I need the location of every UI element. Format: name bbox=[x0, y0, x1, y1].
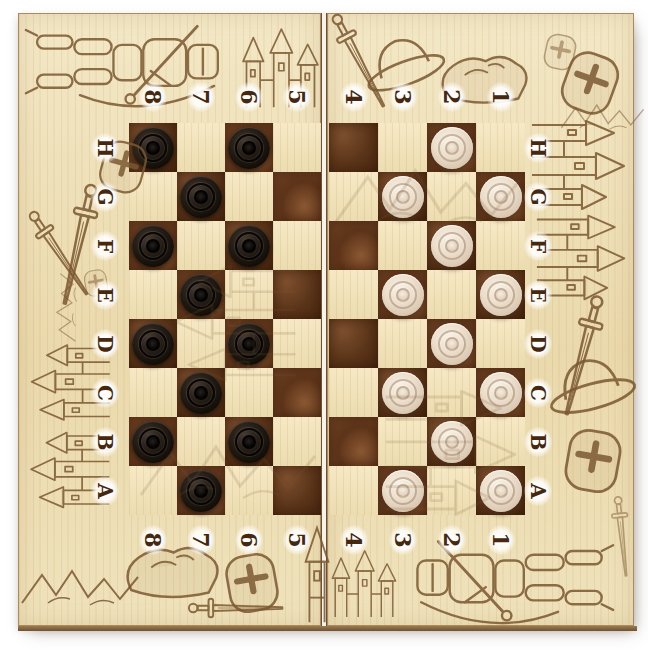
square-g2[interactable] bbox=[427, 172, 476, 221]
row-label-left-b: B bbox=[91, 427, 119, 457]
white-checker-d2[interactable] bbox=[431, 323, 473, 365]
square-a2[interactable] bbox=[427, 466, 476, 515]
square-a7[interactable] bbox=[177, 466, 225, 515]
black-checker-a7[interactable] bbox=[180, 470, 222, 512]
square-b1[interactable] bbox=[476, 417, 525, 466]
square-c1[interactable] bbox=[476, 368, 525, 417]
square-f5[interactable] bbox=[273, 221, 321, 270]
square-d7[interactable] bbox=[177, 319, 225, 368]
square-f8[interactable] bbox=[129, 221, 177, 270]
square-c8[interactable] bbox=[129, 368, 177, 417]
white-checker-f2[interactable] bbox=[431, 225, 473, 267]
square-b3[interactable] bbox=[378, 417, 427, 466]
black-checker-f6[interactable] bbox=[228, 225, 270, 267]
white-checker-h2[interactable] bbox=[431, 127, 473, 169]
row-label-right-a: A bbox=[524, 476, 552, 506]
square-d8[interactable] bbox=[129, 319, 177, 368]
square-c2[interactable] bbox=[427, 368, 476, 417]
square-b6[interactable] bbox=[225, 417, 273, 466]
black-checker-g7[interactable] bbox=[180, 176, 222, 218]
row-label-right-b: B bbox=[524, 427, 552, 457]
row-label-left-d: D bbox=[91, 329, 119, 359]
row-label-left-e: E bbox=[91, 280, 119, 310]
board-right-grid bbox=[329, 123, 525, 515]
square-g8[interactable] bbox=[129, 172, 177, 221]
row-label-left-g: G bbox=[91, 182, 119, 212]
square-d3[interactable] bbox=[378, 319, 427, 368]
square-h6[interactable] bbox=[225, 123, 273, 172]
row-label-left-c: C bbox=[91, 378, 119, 408]
square-e5[interactable] bbox=[273, 270, 321, 319]
white-checker-a3[interactable] bbox=[382, 470, 424, 512]
square-h8[interactable] bbox=[129, 123, 177, 172]
square-g4[interactable] bbox=[329, 172, 378, 221]
square-f3[interactable] bbox=[378, 221, 427, 270]
black-checker-b8[interactable] bbox=[132, 421, 174, 463]
square-e2[interactable] bbox=[427, 270, 476, 319]
white-checker-e1[interactable] bbox=[480, 274, 522, 316]
col-label-top-6: 6 bbox=[235, 82, 263, 112]
black-checker-d8[interactable] bbox=[132, 323, 174, 365]
black-checker-c7[interactable] bbox=[180, 372, 222, 414]
square-a6[interactable] bbox=[225, 466, 273, 515]
square-f7[interactable] bbox=[177, 221, 225, 270]
square-f1[interactable] bbox=[476, 221, 525, 270]
square-d1[interactable] bbox=[476, 319, 525, 368]
row-label-left-h: H bbox=[91, 133, 119, 163]
row-label-right-g: G bbox=[524, 182, 552, 212]
row-label-right-e: E bbox=[524, 280, 552, 310]
white-checker-g3[interactable] bbox=[382, 176, 424, 218]
square-e1[interactable] bbox=[476, 270, 525, 319]
white-checker-e3[interactable] bbox=[382, 274, 424, 316]
row-label-right-d: D bbox=[524, 329, 552, 359]
square-e6[interactable] bbox=[225, 270, 273, 319]
square-b8[interactable] bbox=[129, 417, 177, 466]
square-e7[interactable] bbox=[177, 270, 225, 319]
square-e4[interactable] bbox=[329, 270, 378, 319]
col-label-bottom-7: 7 bbox=[187, 525, 215, 555]
square-h7[interactable] bbox=[177, 123, 225, 172]
board-left-grid bbox=[129, 123, 321, 515]
square-c6[interactable] bbox=[225, 368, 273, 417]
col-label-top-5: 5 bbox=[283, 82, 311, 112]
square-h2[interactable] bbox=[427, 123, 476, 172]
black-checker-h6[interactable] bbox=[228, 127, 270, 169]
white-checker-c3[interactable] bbox=[382, 372, 424, 414]
black-checker-h8[interactable] bbox=[132, 127, 174, 169]
square-f2[interactable] bbox=[427, 221, 476, 270]
col-label-top-4: 4 bbox=[340, 82, 368, 112]
row-label-left-a: A bbox=[91, 476, 119, 506]
col-label-bottom-5: 5 bbox=[283, 525, 311, 555]
square-h4[interactable] bbox=[329, 123, 378, 172]
square-g7[interactable] bbox=[177, 172, 225, 221]
square-h1[interactable] bbox=[476, 123, 525, 172]
square-g6[interactable] bbox=[225, 172, 273, 221]
square-b4[interactable] bbox=[329, 417, 378, 466]
square-d2[interactable] bbox=[427, 319, 476, 368]
col-label-bottom-1: 1 bbox=[487, 525, 515, 555]
square-a3[interactable] bbox=[378, 466, 427, 515]
square-e8[interactable] bbox=[129, 270, 177, 319]
square-d6[interactable] bbox=[225, 319, 273, 368]
row-label-right-f: F bbox=[524, 231, 552, 261]
row-label-right-h: H bbox=[524, 133, 552, 163]
square-g5[interactable] bbox=[273, 172, 321, 221]
square-b7[interactable] bbox=[177, 417, 225, 466]
square-f6[interactable] bbox=[225, 221, 273, 270]
square-d4[interactable] bbox=[329, 319, 378, 368]
square-e3[interactable] bbox=[378, 270, 427, 319]
col-label-bottom-6: 6 bbox=[235, 525, 263, 555]
square-a1[interactable] bbox=[476, 466, 525, 515]
black-checker-f8[interactable] bbox=[132, 225, 174, 267]
col-label-top-2: 2 bbox=[438, 82, 466, 112]
square-d5[interactable] bbox=[273, 319, 321, 368]
row-label-right-c: C bbox=[524, 378, 552, 408]
square-h5[interactable] bbox=[273, 123, 321, 172]
square-g3[interactable] bbox=[378, 172, 427, 221]
white-checker-g1[interactable] bbox=[480, 176, 522, 218]
square-a8[interactable] bbox=[129, 466, 177, 515]
col-label-bottom-3: 3 bbox=[389, 525, 417, 555]
square-c7[interactable] bbox=[177, 368, 225, 417]
black-checker-e7[interactable] bbox=[180, 274, 222, 316]
square-a4[interactable] bbox=[329, 466, 378, 515]
white-checker-a1[interactable] bbox=[480, 470, 522, 512]
black-checker-d6[interactable] bbox=[228, 323, 270, 365]
square-g1[interactable] bbox=[476, 172, 525, 221]
col-label-top-7: 7 bbox=[187, 82, 215, 112]
white-checker-c1[interactable] bbox=[480, 372, 522, 414]
col-label-bottom-2: 2 bbox=[438, 525, 466, 555]
col-label-top-1: 1 bbox=[487, 82, 515, 112]
checkers-board: HHGGFFEEDDCCBBAA8877665544332211 bbox=[18, 13, 634, 626]
col-label-top-3: 3 bbox=[389, 82, 417, 112]
row-label-left-f: F bbox=[91, 231, 119, 261]
square-c4[interactable] bbox=[329, 368, 378, 417]
square-f4[interactable] bbox=[329, 221, 378, 270]
square-b5[interactable] bbox=[273, 417, 321, 466]
col-label-bottom-4: 4 bbox=[340, 525, 368, 555]
square-a5[interactable] bbox=[273, 466, 321, 515]
black-checker-b6[interactable] bbox=[228, 421, 270, 463]
board-photo: HHGGFFEEDDCCBBAA8877665544332211 bbox=[0, 0, 648, 650]
square-c3[interactable] bbox=[378, 368, 427, 417]
square-b2[interactable] bbox=[427, 417, 476, 466]
square-h3[interactable] bbox=[378, 123, 427, 172]
col-label-top-8: 8 bbox=[139, 82, 167, 112]
col-label-bottom-8: 8 bbox=[139, 525, 167, 555]
white-checker-b2[interactable] bbox=[431, 421, 473, 463]
square-c5[interactable] bbox=[273, 368, 321, 417]
